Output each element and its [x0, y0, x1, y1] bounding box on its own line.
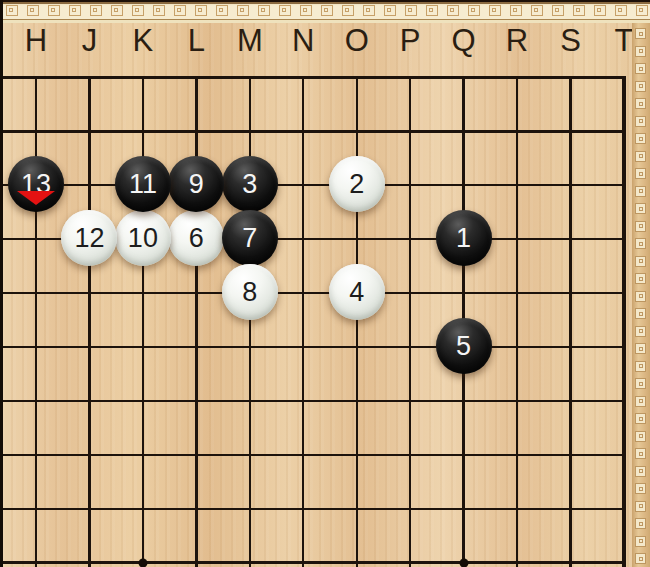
- stone-move-number: 10: [128, 225, 158, 252]
- meander-motif: [111, 5, 123, 16]
- column-label-M: M: [228, 24, 272, 57]
- meander-motif: [635, 116, 646, 127]
- meander-motif: [635, 308, 646, 319]
- column-label-O: O: [335, 24, 379, 57]
- stone-3-black-M17[interactable]: 3: [222, 156, 278, 212]
- meander-motif: [321, 5, 333, 16]
- meander-motif: [635, 186, 646, 197]
- grid-hline-row-15: [0, 292, 626, 294]
- meander-motif: [237, 5, 249, 16]
- grid-vline-col-T: [622, 76, 625, 567]
- meander-motif: [615, 5, 627, 16]
- stone-move-number: 6: [189, 225, 204, 252]
- grid-hline-row-12: [0, 454, 626, 456]
- meander-motif: [300, 5, 312, 16]
- meander-motif: [426, 5, 438, 16]
- meander-motif: [635, 81, 646, 92]
- meander-motif: [635, 98, 646, 109]
- meander-motif: [635, 396, 646, 407]
- meander-motif: [635, 168, 646, 179]
- meander-motif: [594, 5, 606, 16]
- meander-motif: [635, 501, 646, 512]
- meander-motif: [635, 133, 646, 144]
- decorative-frame-top: [0, 0, 650, 23]
- meander-motif: [636, 5, 648, 16]
- meander-motif: [447, 5, 459, 16]
- meander-motif: [635, 378, 646, 389]
- meander-motif: [635, 46, 646, 57]
- meander-motif: [635, 536, 646, 547]
- grid-vline-col-O: [356, 76, 358, 567]
- meander-motif: [195, 5, 207, 16]
- meander-motif: [27, 5, 39, 16]
- grid-vline-col-J: [88, 76, 90, 567]
- stone-7-black-M16[interactable]: 7: [222, 210, 278, 266]
- grid-vline-col-M: [249, 76, 251, 567]
- stone-4-white-O15[interactable]: 4: [329, 264, 385, 320]
- stone-5-black-Q14[interactable]: 5: [436, 318, 492, 374]
- meander-motif: [635, 221, 646, 232]
- stone-13-black-H17[interactable]: 13: [8, 156, 64, 212]
- column-label-N: N: [281, 24, 325, 57]
- grid-hline-row-17: [0, 184, 626, 186]
- stone-10-white-K16[interactable]: 10: [115, 210, 171, 266]
- meander-motif: [489, 5, 501, 16]
- stone-move-number: 11: [129, 171, 157, 198]
- meander-motif: [635, 466, 646, 477]
- meander-motif: [635, 413, 646, 424]
- meander-motif: [635, 326, 646, 337]
- column-label-S: S: [549, 24, 593, 57]
- meander-motif: [258, 5, 270, 16]
- grid-hline-row-11: [0, 508, 626, 510]
- meander-motif: [363, 5, 375, 16]
- meander-motif: [635, 431, 646, 442]
- grid-vline-col-R: [516, 76, 518, 567]
- stone-move-number: 8: [242, 278, 257, 305]
- meander-motif: [573, 5, 585, 16]
- meander-motif: [69, 5, 81, 16]
- stone-move-number: 7: [242, 225, 257, 252]
- meander-motif: [635, 256, 646, 267]
- stone-move-number: 4: [349, 278, 364, 305]
- grid-hline-row-13: [0, 400, 626, 402]
- stone-8-white-M15[interactable]: 8: [222, 264, 278, 320]
- meander-motif: [153, 5, 165, 16]
- meander-motif: [635, 28, 646, 39]
- meander-motif: [132, 5, 144, 16]
- stone-2-white-O17[interactable]: 2: [329, 156, 385, 212]
- meander-motif: [510, 5, 522, 16]
- stone-1-black-Q16[interactable]: 1: [436, 210, 492, 266]
- column-label-L: L: [174, 24, 218, 57]
- meander-motif: [6, 5, 18, 16]
- star-point-K10: [138, 558, 147, 567]
- meander-motif: [48, 5, 60, 16]
- meander-motif: [216, 5, 228, 16]
- meander-motif: [635, 361, 646, 372]
- meander-motif: [635, 343, 646, 354]
- meander-motif: [635, 483, 646, 494]
- column-label-K: K: [121, 24, 165, 57]
- grid-vline-col-H: [35, 76, 37, 567]
- meander-motif: [635, 238, 646, 249]
- meander-motif: [468, 5, 480, 16]
- column-label-Q: Q: [442, 24, 486, 57]
- stone-6-white-L16[interactable]: 6: [168, 210, 224, 266]
- meander-motif: [405, 5, 417, 16]
- stone-11-black-K17[interactable]: 11: [115, 156, 171, 212]
- grid-hline-row-18: [0, 130, 626, 132]
- decorative-frame-right: [632, 23, 650, 567]
- stone-move-number: 3: [242, 171, 257, 198]
- grid-vline-col-N: [302, 76, 304, 567]
- screen-left-border: [0, 0, 3, 567]
- meander-motif: [635, 63, 646, 74]
- column-label-P: P: [388, 24, 432, 57]
- meander-motif: [635, 291, 646, 302]
- meander-motif: [635, 151, 646, 162]
- column-label-R: R: [495, 24, 539, 57]
- grid-hline-row-10: [0, 561, 626, 563]
- meander-motif: [90, 5, 102, 16]
- star-point-Q10: [459, 558, 468, 567]
- grid-hline-row-19: [0, 76, 626, 79]
- grid-vline-col-S: [569, 76, 571, 567]
- last-move-marker-triangle: [17, 191, 55, 205]
- stone-12-white-J16[interactable]: 12: [61, 210, 117, 266]
- meander-motif: [552, 5, 564, 16]
- stone-move-number: 9: [189, 171, 204, 198]
- goban-wood-surface[interactable]: [0, 0, 650, 567]
- grid-vline-col-K: [142, 76, 144, 567]
- meander-motif: [635, 203, 646, 214]
- meander-motif: [635, 448, 646, 459]
- column-label-H: H: [14, 24, 58, 57]
- meander-motif: [531, 5, 543, 16]
- stone-move-number: 1: [456, 225, 471, 252]
- grid-vline-col-P: [409, 76, 411, 567]
- grid-vline-col-L: [195, 76, 197, 567]
- meander-motif: [635, 518, 646, 529]
- meander-motif: [384, 5, 396, 16]
- stone-move-number: 2: [349, 171, 364, 198]
- meander-motif: [342, 5, 354, 16]
- grid-hline-row-14: [0, 346, 626, 348]
- go-board-view: HJKLMNOPQRST 12345678910111213: [0, 0, 650, 567]
- meander-motif: [174, 5, 186, 16]
- meander-motif: [279, 5, 291, 16]
- stone-move-number: 12: [74, 225, 104, 252]
- column-label-J: J: [67, 24, 111, 57]
- meander-motif: [635, 273, 646, 284]
- meander-motif: [635, 553, 646, 564]
- stone-9-black-L17[interactable]: 9: [168, 156, 224, 212]
- stone-move-number: 5: [456, 332, 471, 359]
